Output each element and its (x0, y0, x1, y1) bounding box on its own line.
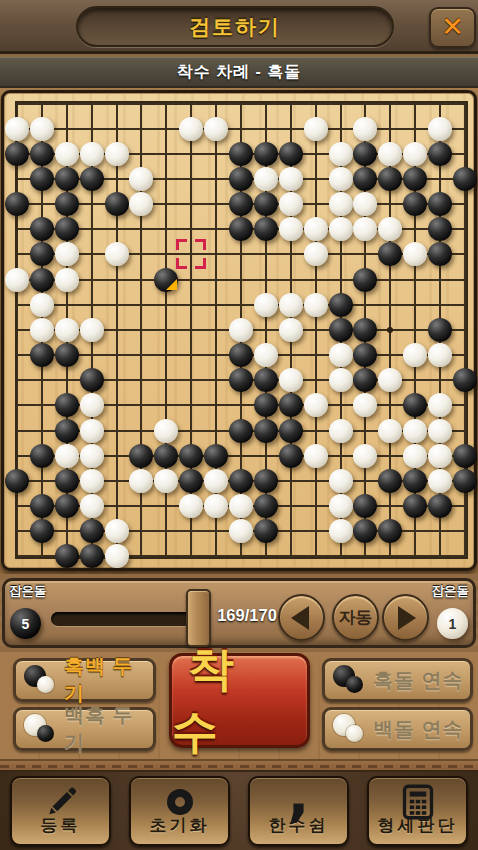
black-stone (55, 393, 79, 417)
white-stone (179, 117, 203, 141)
pass-button[interactable]: , 한수쉼 (248, 776, 349, 846)
white-stone (403, 142, 427, 166)
black-stone (154, 444, 178, 468)
white-stone (105, 242, 129, 266)
black-stone (453, 368, 477, 392)
captured-black-label: 잡은돌 (9, 583, 47, 600)
continuous-white-label: 백돌 연속 (373, 716, 464, 743)
continuous-black-button[interactable]: 흑돌 연속 (322, 658, 473, 702)
white-stone (428, 469, 452, 493)
black-stone (105, 192, 129, 216)
white-stone (304, 293, 328, 317)
captured-white-count: 1 (437, 608, 468, 639)
white-stone (80, 318, 104, 342)
black-stone (428, 494, 452, 518)
white-stone (105, 142, 129, 166)
black-stone (5, 192, 29, 216)
black-stone (80, 167, 104, 191)
black-stone (229, 343, 253, 367)
white-stone (403, 419, 427, 443)
page-title: 검토하기 (189, 13, 281, 41)
black-stone (229, 469, 253, 493)
white-stone (105, 544, 129, 568)
black-stone (30, 268, 54, 292)
prev-move-button[interactable] (278, 594, 325, 641)
white-stone (5, 268, 29, 292)
auto-play-button[interactable]: 자동 (332, 594, 379, 641)
black-stone (204, 444, 228, 468)
move-slider-panel: 잡은돌 잡은돌 5 1 169/170 자동 (2, 578, 476, 648)
white-stone (329, 142, 353, 166)
reset-button[interactable]: 초기화 (129, 776, 230, 846)
move-counter: 169/170 (215, 606, 279, 625)
board-cursor (176, 239, 206, 269)
next-arrow-icon (398, 606, 416, 630)
white-stone (204, 494, 228, 518)
white-stone (304, 217, 328, 241)
continuous-white-button[interactable]: 백돌 연속 (322, 707, 473, 751)
black-over-white-stones-icon (24, 665, 58, 695)
white-stone (254, 343, 278, 367)
two-black-stones-icon (333, 665, 367, 695)
mode-black-white-label: 흑백 두기 (64, 653, 153, 707)
white-stone (254, 167, 278, 191)
black-stone (254, 469, 278, 493)
black-stone (279, 419, 303, 443)
white-stone (329, 469, 353, 493)
black-stone (154, 268, 178, 292)
white-stone (279, 167, 303, 191)
white-stone (80, 393, 104, 417)
black-stone (55, 419, 79, 443)
white-stone (30, 318, 54, 342)
black-stone (353, 268, 377, 292)
white-stone (55, 318, 79, 342)
close-button[interactable]: ✕ (429, 7, 476, 48)
black-stone (80, 368, 104, 392)
black-stone (30, 494, 54, 518)
white-stone (329, 192, 353, 216)
white-stone (329, 343, 353, 367)
black-stone (80, 519, 104, 543)
black-stone (254, 494, 278, 518)
black-stone (179, 444, 203, 468)
pencil-icon (12, 783, 109, 821)
black-stone (403, 469, 427, 493)
black-stone (329, 293, 353, 317)
black-stone (254, 419, 278, 443)
stitched-divider (0, 759, 478, 772)
black-stone (30, 519, 54, 543)
white-stone (304, 444, 328, 468)
black-stone (229, 419, 253, 443)
white-stone (329, 368, 353, 392)
comma-icon: , (250, 783, 347, 821)
mode-white-black-label: 백흑 두기 (64, 702, 153, 756)
black-stone (55, 469, 79, 493)
white-stone (229, 494, 253, 518)
black-stone (378, 469, 402, 493)
white-stone (304, 242, 328, 266)
black-stone (428, 318, 452, 342)
white-stone (80, 494, 104, 518)
white-stone (55, 268, 79, 292)
black-stone (403, 167, 427, 191)
territory-judge-button[interactable]: 형세판단 (367, 776, 468, 846)
black-stone (254, 142, 278, 166)
turn-indicator-strip: 착수 차례 - 흑돌 (0, 57, 478, 88)
register-button[interactable]: 등록 (10, 776, 111, 846)
white-stone (5, 117, 29, 141)
black-stone (229, 167, 253, 191)
black-stone (55, 343, 79, 367)
black-stone (254, 519, 278, 543)
auto-play-label: 자동 (339, 606, 373, 629)
black-stone (129, 444, 153, 468)
white-stone (428, 343, 452, 367)
turn-indicator-text: 착수 차례 - 흑돌 (177, 62, 302, 83)
play-move-label: 착수 (172, 639, 307, 763)
black-stone (279, 444, 303, 468)
white-stone (229, 318, 253, 342)
black-stone (30, 444, 54, 468)
mode-black-white-button[interactable]: 흑백 두기 (13, 658, 156, 702)
black-stone (55, 167, 79, 191)
play-move-button[interactable]: 착수 (169, 653, 310, 748)
black-stone (55, 544, 79, 568)
black-stone (428, 142, 452, 166)
white-stone (428, 444, 452, 468)
title-bar: 검토하기 ✕ (0, 0, 478, 54)
white-stone (304, 393, 328, 417)
black-stone (229, 192, 253, 216)
white-stone (329, 494, 353, 518)
cursor-corner (195, 258, 206, 269)
white-stone (55, 444, 79, 468)
black-stone (453, 469, 477, 493)
black-stone (30, 167, 54, 191)
close-icon: ✕ (441, 14, 464, 41)
white-stone (403, 444, 427, 468)
title-pill: 검토하기 (76, 6, 394, 47)
black-stone (55, 192, 79, 216)
white-stone (329, 419, 353, 443)
black-stone (279, 142, 303, 166)
cursor-corner (195, 239, 206, 250)
tool-bar: 등록 초기화 , 한수쉼 형세판단 (0, 772, 478, 850)
white-stone (80, 419, 104, 443)
black-stone (254, 192, 278, 216)
black-stone (55, 494, 79, 518)
white-stone (279, 192, 303, 216)
white-stone (80, 444, 104, 468)
white-stone (279, 368, 303, 392)
black-stone (329, 318, 353, 342)
board-area (0, 88, 478, 574)
black-stone (30, 217, 54, 241)
black-stone (5, 142, 29, 166)
captured-white-label: 잡은돌 (432, 583, 470, 600)
white-stone (329, 217, 353, 241)
white-stone (30, 117, 54, 141)
white-stone (304, 117, 328, 141)
white-stone (378, 419, 402, 443)
white-stone (428, 117, 452, 141)
white-stone (279, 293, 303, 317)
white-stone (80, 142, 104, 166)
white-stone (204, 469, 228, 493)
white-stone (55, 142, 79, 166)
white-stone (279, 217, 303, 241)
prev-arrow-icon (291, 606, 309, 630)
white-stone (279, 318, 303, 342)
white-stone (154, 419, 178, 443)
white-stone (229, 519, 253, 543)
black-stone (279, 393, 303, 417)
go-board-grid[interactable] (1, 90, 477, 571)
mode-panel: 흑백 두기 백흑 두기 착수 흑돌 연속 백돌 연속 (0, 652, 478, 772)
two-white-stones-icon (333, 714, 367, 744)
black-stone (254, 368, 278, 392)
white-stone (353, 117, 377, 141)
black-stone (229, 142, 253, 166)
calculator-icon (369, 783, 466, 821)
stitch-line (0, 765, 478, 768)
white-stone (378, 142, 402, 166)
ring-icon (131, 783, 228, 821)
white-stone (204, 117, 228, 141)
cursor-corner (176, 239, 187, 250)
mode-white-black-button[interactable]: 백흑 두기 (13, 707, 156, 751)
black-stone (30, 142, 54, 166)
white-stone (353, 444, 377, 468)
white-stone (254, 293, 278, 317)
white-stone (105, 519, 129, 543)
next-move-button[interactable] (382, 594, 429, 641)
white-stone (428, 419, 452, 443)
black-stone (5, 469, 29, 493)
white-stone (329, 519, 353, 543)
black-stone (80, 544, 104, 568)
captured-black-count: 5 (10, 608, 41, 639)
white-over-black-stones-icon (24, 714, 58, 744)
last-move-marker (166, 279, 177, 290)
black-stone (453, 167, 477, 191)
black-stone (30, 343, 54, 367)
white-stone (154, 469, 178, 493)
black-stone (179, 469, 203, 493)
cursor-corner (176, 258, 187, 269)
black-stone (55, 217, 79, 241)
continuous-black-label: 흑돌 연속 (373, 667, 464, 694)
black-stone (453, 444, 477, 468)
white-stone (30, 293, 54, 317)
black-stone (254, 217, 278, 241)
white-stone (329, 167, 353, 191)
white-stone (80, 469, 104, 493)
